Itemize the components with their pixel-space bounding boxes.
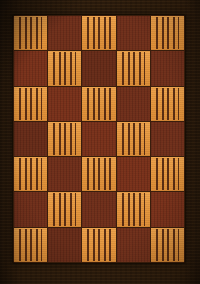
board-cell-maroon bbox=[14, 51, 47, 85]
rug-photo bbox=[0, 0, 200, 284]
board-cell-orange-striped bbox=[14, 87, 47, 121]
board-cell-maroon bbox=[48, 16, 81, 50]
board-cell-maroon bbox=[117, 87, 150, 121]
pinstripes bbox=[122, 52, 145, 84]
pinstripes bbox=[19, 17, 42, 49]
board-cell-orange-striped bbox=[48, 51, 81, 85]
pinstripes bbox=[53, 52, 76, 84]
pinstripes bbox=[122, 123, 145, 155]
pinstripes bbox=[87, 17, 110, 49]
board-cell-orange-striped bbox=[151, 16, 184, 50]
board-cell-orange-striped bbox=[48, 192, 81, 226]
board-cell-maroon bbox=[82, 122, 115, 156]
board-cell-orange-striped bbox=[82, 87, 115, 121]
board-cell-maroon bbox=[14, 192, 47, 226]
board-cell-orange-striped bbox=[82, 157, 115, 191]
board-cell-maroon bbox=[151, 122, 184, 156]
board-cell-maroon bbox=[117, 228, 150, 262]
pinstripes bbox=[53, 193, 76, 225]
pinstripes bbox=[19, 158, 42, 190]
pinstripes bbox=[122, 193, 145, 225]
board-cell-orange-striped bbox=[82, 228, 115, 262]
pinstripes bbox=[156, 88, 179, 120]
board-cell-maroon bbox=[151, 192, 184, 226]
pinstripes bbox=[53, 123, 76, 155]
pinstripes bbox=[87, 88, 110, 120]
board-cell-orange-striped bbox=[117, 122, 150, 156]
checkerboard-rug bbox=[13, 15, 185, 263]
board-cell-maroon bbox=[82, 192, 115, 226]
board-cell-maroon bbox=[14, 122, 47, 156]
board-cell-orange-striped bbox=[117, 192, 150, 226]
pinstripes bbox=[156, 158, 179, 190]
board-cell-orange-striped bbox=[151, 87, 184, 121]
board-cell-maroon bbox=[48, 87, 81, 121]
board-cell-orange-striped bbox=[14, 157, 47, 191]
pinstripes bbox=[19, 88, 42, 120]
pinstripes bbox=[87, 229, 110, 261]
board-cell-orange-striped bbox=[151, 228, 184, 262]
board-cell-orange-striped bbox=[151, 157, 184, 191]
board-cell-maroon bbox=[48, 157, 81, 191]
board-cell-maroon bbox=[117, 157, 150, 191]
board-cell-maroon bbox=[151, 51, 184, 85]
board-cell-maroon bbox=[48, 228, 81, 262]
board-cell-maroon bbox=[117, 16, 150, 50]
board-cell-orange-striped bbox=[48, 122, 81, 156]
board-cell-orange-striped bbox=[14, 16, 47, 50]
board-cell-maroon bbox=[82, 51, 115, 85]
board-cell-orange-striped bbox=[117, 51, 150, 85]
pinstripes bbox=[19, 229, 42, 261]
pinstripes bbox=[156, 229, 179, 261]
board-cell-orange-striped bbox=[82, 16, 115, 50]
board-cell-orange-striped bbox=[14, 228, 47, 262]
pinstripes bbox=[87, 158, 110, 190]
pinstripes bbox=[156, 17, 179, 49]
